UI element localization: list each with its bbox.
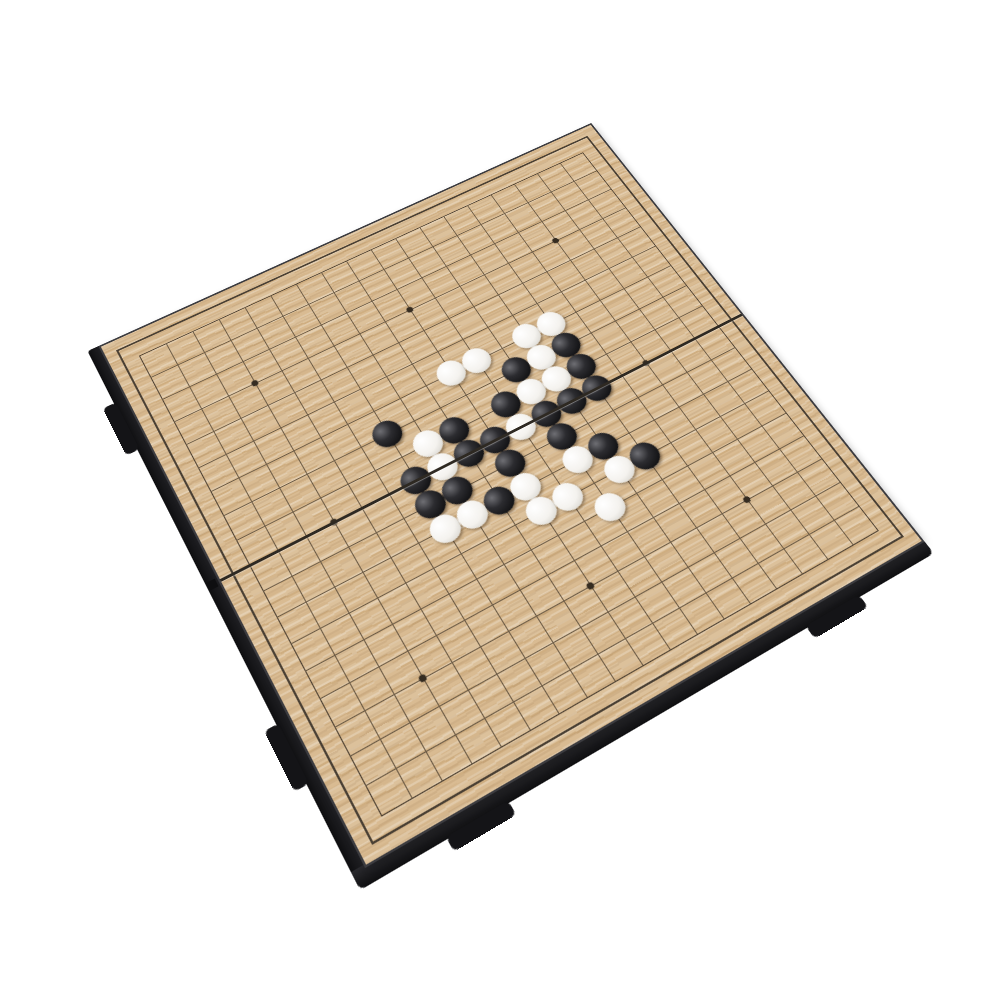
grid-line-vertical	[218, 319, 472, 765]
product-photo-page	[0, 0, 1001, 1001]
grid-line-horizontal	[350, 482, 842, 757]
go-board-3d-wrapper	[101, 125, 922, 865]
grid-line-horizontal	[365, 506, 860, 787]
grid-line-horizontal	[381, 530, 879, 817]
grid-line-vertical	[192, 331, 443, 782]
black-stone	[367, 416, 407, 452]
white-stone	[589, 488, 632, 526]
grid-line-vertical	[443, 216, 725, 620]
board-wood-surface	[101, 125, 922, 865]
go-grid	[101, 125, 922, 865]
